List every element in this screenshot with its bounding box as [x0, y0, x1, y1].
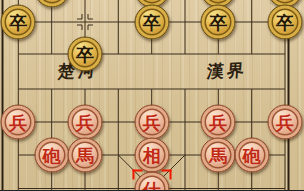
piece-black-soldier[interactable]: 卒: [134, 5, 169, 40]
river-label-han-jie: 漢界: [206, 59, 248, 83]
selection-bracket-icon: [161, 170, 171, 180]
piece-red-horse[interactable]: 馬: [68, 138, 103, 173]
piece-black-soldier[interactable]: 卒: [268, 5, 303, 40]
piece-red-elephant[interactable]: 相: [134, 138, 169, 173]
selection-bracket-icon: [132, 170, 142, 180]
piece-red-soldier[interactable]: 兵: [1, 105, 36, 140]
piece-red-soldier[interactable]: 兵: [268, 105, 303, 140]
piece-red-cannon[interactable]: 砲: [34, 138, 69, 173]
piece-red-cannon[interactable]: 砲: [234, 138, 269, 173]
piece-red-horse[interactable]: 馬: [201, 138, 236, 173]
xiangqi-board[interactable]: 楚河 漢界 砲 砲 馬 車 卒 卒 卒 卒 卒 兵 兵 兵 兵 兵 砲 馬 相 …: [0, 0, 304, 190]
piece-black-soldier[interactable]: 卒: [201, 5, 236, 40]
piece-black-soldier[interactable]: 卒: [68, 37, 103, 72]
piece-black-soldier[interactable]: 卒: [1, 5, 36, 40]
piece-red-soldier[interactable]: 兵: [68, 105, 103, 140]
piece-red-soldier[interactable]: 兵: [134, 105, 169, 140]
piece-red-soldier[interactable]: 兵: [201, 105, 236, 140]
piece-red-advisor-selected[interactable]: 仕: [134, 172, 169, 191]
